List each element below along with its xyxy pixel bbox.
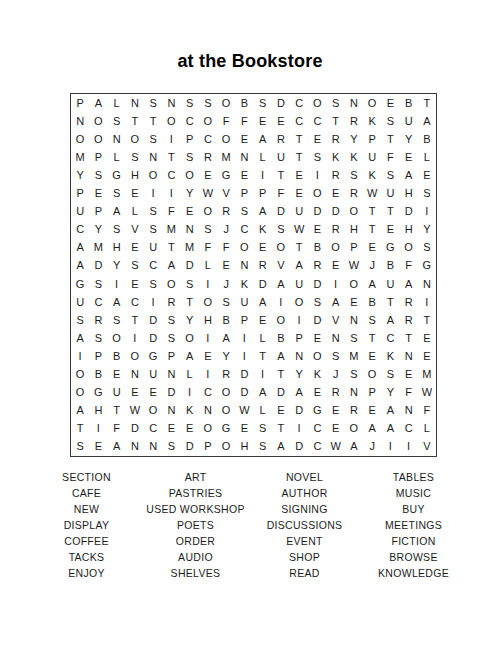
grid-cell: E	[418, 329, 436, 347]
grid-cell: V	[126, 221, 144, 239]
word-list-item: SHOP	[250, 549, 359, 565]
grid-cell: P	[71, 94, 89, 112]
grid-cell: U	[381, 185, 399, 203]
grid-cell: A	[254, 293, 272, 311]
grid-cell: Y	[89, 221, 107, 239]
grid-cell: C	[199, 384, 217, 402]
grid-cell: S	[254, 94, 272, 112]
grid-cell: E	[108, 366, 126, 384]
grid-cell: E	[381, 221, 399, 239]
grid-cell: B	[89, 366, 107, 384]
grid-cell: C	[235, 221, 253, 239]
grid-cell: F	[199, 239, 217, 257]
grid-cell: L	[418, 420, 436, 438]
grid-cell: E	[345, 293, 363, 311]
grid-cell: D	[308, 311, 326, 329]
grid-cell: N	[162, 94, 180, 112]
grid-cell: I	[144, 185, 162, 203]
grid-cell: A	[272, 275, 290, 293]
grid-cell: R	[345, 112, 363, 130]
grid-cell: C	[162, 166, 180, 184]
grid-cell: Y	[71, 166, 89, 184]
grid-cell: S	[199, 221, 217, 239]
grid-cell: O	[126, 130, 144, 148]
grid-cell: E	[363, 347, 381, 365]
grid-cell: E	[89, 185, 107, 203]
grid-cell: W	[327, 438, 345, 456]
grid-cell: S	[71, 438, 89, 456]
word-list-item: ART	[141, 469, 250, 485]
grid-cell: S	[199, 94, 217, 112]
grid-cell: D	[272, 203, 290, 221]
grid-cell: O	[199, 420, 217, 438]
grid-cell: O	[308, 94, 326, 112]
grid-cell: T	[254, 347, 272, 365]
grid-cell: N	[199, 402, 217, 420]
grid-cell: A	[254, 384, 272, 402]
grid-cell: O	[217, 130, 235, 148]
grid-cell: A	[345, 438, 363, 456]
grid-cell: S	[126, 257, 144, 275]
grid-cell: S	[308, 293, 326, 311]
grid-cell: F	[272, 185, 290, 203]
grid-cell: Y	[181, 185, 199, 203]
grid-cell: V	[327, 311, 345, 329]
grid-cell: K	[254, 221, 272, 239]
grid-cell: F	[400, 257, 418, 275]
grid-cell: N	[126, 94, 144, 112]
grid-cell: M	[345, 347, 363, 365]
grid-cell: S	[181, 275, 199, 293]
grid-cell: D	[235, 366, 253, 384]
grid-cell: D	[235, 384, 253, 402]
grid-cell: N	[181, 221, 199, 239]
grid-cell: P	[363, 384, 381, 402]
grid-cell: N	[144, 438, 162, 456]
grid-cell: I	[199, 366, 217, 384]
grid-cell: N	[327, 329, 345, 347]
grid-cell: E	[162, 420, 180, 438]
grid-cell: S	[418, 185, 436, 203]
grid-cell: I	[254, 366, 272, 384]
grid-cell: T	[181, 293, 199, 311]
grid-cell: K	[381, 347, 399, 365]
grid-cell: E	[327, 402, 345, 420]
grid-cell: N	[345, 311, 363, 329]
grid-cell: Y	[290, 366, 308, 384]
grid-cell: U	[71, 293, 89, 311]
grid-cell: E	[126, 275, 144, 293]
grid-cell: L	[126, 203, 144, 221]
grid-cell: T	[272, 366, 290, 384]
grid-cell: K	[181, 402, 199, 420]
word-list-item: NEW	[32, 501, 141, 517]
grid-cell: O	[217, 384, 235, 402]
word-list-item: NOVEL	[250, 469, 359, 485]
grid-cell: A	[71, 239, 89, 257]
grid-cell: K	[327, 148, 345, 166]
grid-cell: C	[400, 420, 418, 438]
grid-cell: U	[71, 203, 89, 221]
grid-cell: E	[308, 130, 326, 148]
grid-cell: T	[381, 203, 399, 221]
grid-cell: A	[89, 94, 107, 112]
grid-cell: F	[217, 112, 235, 130]
word-list-item: CAFE	[32, 485, 141, 501]
grid-cell: I	[254, 166, 272, 184]
grid-cell: E	[126, 185, 144, 203]
grid-cell: D	[181, 257, 199, 275]
grid-cell: R	[199, 148, 217, 166]
grid-cell: R	[308, 257, 326, 275]
grid-cell: T	[418, 94, 436, 112]
grid-cell: S	[381, 112, 399, 130]
grid-cell: E	[400, 148, 418, 166]
grid-cell: M	[181, 239, 199, 257]
grid-cell: S	[217, 293, 235, 311]
grid-cell: A	[71, 257, 89, 275]
grid-cell: S	[181, 94, 199, 112]
grid-cell: E	[290, 166, 308, 184]
grid-cell: R	[254, 257, 272, 275]
grid-cell: D	[162, 384, 180, 402]
grid-cell: E	[254, 311, 272, 329]
word-list-item: TABLES	[359, 469, 468, 485]
grid-cell: R	[327, 166, 345, 184]
grid-cell: E	[400, 366, 418, 384]
grid-cell: N	[71, 112, 89, 130]
grid-cell: O	[162, 112, 180, 130]
grid-cell: C	[308, 112, 326, 130]
grid-cell: R	[400, 311, 418, 329]
grid-cell: U	[108, 384, 126, 402]
grid-cell: P	[199, 438, 217, 456]
word-list-item: FICTION	[359, 533, 468, 549]
grid-cell: E	[363, 239, 381, 257]
grid-cell: O	[345, 203, 363, 221]
grid-cell: G	[89, 384, 107, 402]
grid-cell: D	[272, 384, 290, 402]
grid-cell: A	[272, 438, 290, 456]
worksheet-page: at the Bookstore PALNSNSSOBSDCOSNOEBTNOS…	[0, 0, 500, 647]
word-list-item: KNOWLEDGE	[359, 565, 468, 581]
grid-cell: O	[199, 293, 217, 311]
grid-cell: W	[126, 402, 144, 420]
grid-cell: L	[199, 257, 217, 275]
grid-cell: Y	[345, 130, 363, 148]
grid-cell: F	[235, 112, 253, 130]
grid-cell: S	[162, 438, 180, 456]
grid-cell: E	[235, 166, 253, 184]
word-list-item: POETS	[141, 517, 250, 533]
grid-cell: R	[272, 130, 290, 148]
grid-cell: K	[235, 275, 253, 293]
grid-cell: O	[272, 311, 290, 329]
grid-cell: F	[162, 203, 180, 221]
grid-cell: E	[89, 438, 107, 456]
grid-cell: B	[272, 329, 290, 347]
grid-cell: S	[345, 366, 363, 384]
grid-cell: B	[308, 239, 326, 257]
grid-cell: U	[290, 203, 308, 221]
grid-cell: H	[199, 311, 217, 329]
grid-cell: H	[235, 438, 253, 456]
grid-cell: T	[327, 112, 345, 130]
grid-cell: W	[290, 221, 308, 239]
grid-cell: S	[381, 166, 399, 184]
grid-cell: H	[345, 221, 363, 239]
grid-cell: R	[327, 384, 345, 402]
word-list-item: ENJOY	[32, 565, 141, 581]
grid-cell: G	[108, 166, 126, 184]
grid-cell: O	[199, 203, 217, 221]
grid-cell: N	[400, 402, 418, 420]
grid-cell: T	[290, 130, 308, 148]
grid-cell: N	[345, 384, 363, 402]
grid-cell: J	[363, 257, 381, 275]
grid-cell: Y	[181, 311, 199, 329]
grid-cell: U	[381, 275, 399, 293]
grid-cell: L	[254, 148, 272, 166]
grid-cell: M	[162, 221, 180, 239]
grid-cell: F	[108, 420, 126, 438]
grid-cell: P	[89, 148, 107, 166]
grid-cell: R	[327, 130, 345, 148]
grid-cell: T	[108, 402, 126, 420]
grid-cell: D	[400, 203, 418, 221]
grid-cell: C	[89, 293, 107, 311]
word-list-item: SHELVES	[141, 565, 250, 581]
grid-cell: J	[363, 438, 381, 456]
grid-cell: E	[327, 420, 345, 438]
grid-cell: F	[418, 402, 436, 420]
grid-cell: A	[400, 166, 418, 184]
grid-cell: P	[89, 347, 107, 365]
grid-cell: E	[235, 130, 253, 148]
grid-cell: H	[400, 221, 418, 239]
grid-cell: I	[144, 293, 162, 311]
grid-cell: N	[144, 148, 162, 166]
grid-cell: A	[108, 438, 126, 456]
grid-cell: G	[308, 402, 326, 420]
grid-cell: S	[327, 347, 345, 365]
grid-cell: O	[144, 402, 162, 420]
grid-cell: O	[89, 130, 107, 148]
grid-cell: I	[199, 329, 217, 347]
grid-cell: S	[162, 311, 180, 329]
grid-cell: D	[181, 438, 199, 456]
grid-cell: O	[199, 112, 217, 130]
grid-cell: T	[363, 203, 381, 221]
grid-cell: S	[235, 203, 253, 221]
grid-cell: H	[108, 239, 126, 257]
grid-cell: G	[418, 257, 436, 275]
grid-cell: S	[162, 329, 180, 347]
grid-cell: E	[126, 384, 144, 402]
grid-cell: A	[108, 203, 126, 221]
grid-cell: I	[308, 166, 326, 184]
grid-cell: E	[418, 166, 436, 184]
puzzle-title: at the Bookstore	[0, 51, 500, 72]
grid-cell: I	[162, 185, 180, 203]
grid-cell: T	[272, 420, 290, 438]
word-list-item: TACKS	[32, 549, 141, 565]
grid-cell: F	[217, 239, 235, 257]
grid-cell: A	[71, 402, 89, 420]
grid-cell: G	[144, 347, 162, 365]
grid-cell: I	[162, 130, 180, 148]
grid-cell: V	[272, 257, 290, 275]
grid-cell: P	[345, 239, 363, 257]
grid-cell: T	[162, 148, 180, 166]
grid-cell: S	[345, 166, 363, 184]
grid-cell: P	[89, 203, 107, 221]
word-list-item: SIGNING	[250, 501, 359, 517]
grid-cell: A	[254, 130, 272, 148]
grid-cell: A	[162, 257, 180, 275]
grid-cell: S	[254, 438, 272, 456]
grid-cell: O	[345, 275, 363, 293]
grid-cell: R	[89, 311, 107, 329]
grid-cell: O	[308, 347, 326, 365]
grid-cell: R	[327, 221, 345, 239]
grid-cell: T	[272, 166, 290, 184]
grid-cell: O	[363, 366, 381, 384]
grid-cell: E	[217, 257, 235, 275]
grid-cell: C	[381, 329, 399, 347]
grid-cell: C	[290, 94, 308, 112]
grid-cell: U	[290, 275, 308, 293]
grid-cell: P	[235, 185, 253, 203]
grid-cell: V	[418, 438, 436, 456]
grid-cell: E	[199, 166, 217, 184]
grid-cell: R	[345, 402, 363, 420]
grid-cell: E	[272, 112, 290, 130]
grid-cell: T	[290, 148, 308, 166]
grid-cell: E	[363, 402, 381, 420]
grid-cell: P	[363, 130, 381, 148]
grid-cell: S	[181, 148, 199, 166]
grid-cell: H	[400, 185, 418, 203]
grid-cell: E	[290, 185, 308, 203]
grid-cell: E	[327, 185, 345, 203]
grid-cell: K	[363, 166, 381, 184]
grid-cell: B	[418, 130, 436, 148]
grid-cell: R	[345, 185, 363, 203]
word-list-item: READ	[250, 565, 359, 581]
grid-cell: T	[126, 311, 144, 329]
grid-cell: E	[181, 203, 199, 221]
grid-cell: S	[144, 275, 162, 293]
grid-cell: Y	[381, 384, 399, 402]
grid-cell: F	[381, 148, 399, 166]
word-list-item: AUTHOR	[250, 485, 359, 501]
grid-cell: O	[71, 384, 89, 402]
grid-cell: I	[199, 275, 217, 293]
word-list-item: PASTRIES	[141, 485, 250, 501]
grid-cell: D	[254, 275, 272, 293]
grid-cell: D	[290, 402, 308, 420]
grid-cell: D	[89, 257, 107, 275]
grid-cell: S	[108, 311, 126, 329]
word-list: SECTIONCAFENEWDISPLAYCOFFEETACKSENJOYART…	[32, 469, 468, 581]
grid-cell: A	[181, 347, 199, 365]
grid-cell: H	[89, 402, 107, 420]
grid-cell: O	[181, 329, 199, 347]
grid-cell: N	[126, 438, 144, 456]
grid-cell: E	[418, 347, 436, 365]
grid-cell: I	[400, 438, 418, 456]
grid-cell: A	[217, 329, 235, 347]
grid-cell: C	[290, 112, 308, 130]
grid-cell: O	[400, 239, 418, 257]
grid-cell: I	[418, 203, 436, 221]
grid-cell: C	[181, 112, 199, 130]
grid-cell: V	[217, 185, 235, 203]
grid-cell: S	[108, 112, 126, 130]
grid-cell: P	[290, 329, 308, 347]
grid-cell: D	[272, 94, 290, 112]
grid-cell: A	[290, 384, 308, 402]
grid-cell: O	[89, 112, 107, 130]
grid-cell: D	[126, 420, 144, 438]
grid-cell: U	[235, 293, 253, 311]
grid-cell: S	[126, 148, 144, 166]
grid-cell: U	[400, 112, 418, 130]
grid-cell: H	[126, 166, 144, 184]
grid-cell: O	[126, 347, 144, 365]
grid-cell: C	[199, 130, 217, 148]
grid-cell: T	[381, 130, 399, 148]
grid-cell: W	[235, 402, 253, 420]
grid-cell: E	[327, 257, 345, 275]
grid-cell: C	[71, 221, 89, 239]
grid-cell: R	[400, 293, 418, 311]
grid-cell: J	[217, 221, 235, 239]
grid-cell: L	[108, 94, 126, 112]
grid-cell: O	[181, 166, 199, 184]
grid-cell: L	[254, 329, 272, 347]
grid-cell: O	[144, 166, 162, 184]
grid-cell: I	[272, 293, 290, 311]
grid-cell: D	[308, 275, 326, 293]
grid-cell: D	[308, 203, 326, 221]
grid-cell: N	[400, 347, 418, 365]
grid-cell: S	[89, 275, 107, 293]
word-list-item: SECTION	[32, 469, 141, 485]
grid-cell: G	[217, 166, 235, 184]
grid-cell: E	[381, 94, 399, 112]
grid-cell: I	[126, 329, 144, 347]
grid-cell: I	[381, 438, 399, 456]
grid-cell: O	[217, 438, 235, 456]
grid-cell: B	[363, 293, 381, 311]
grid-cell: D	[327, 203, 345, 221]
grid-cell: U	[144, 239, 162, 257]
word-list-item: BUY	[359, 501, 468, 517]
grid-cell: E	[308, 384, 326, 402]
grid-cell: A	[254, 203, 272, 221]
grid-cell: N	[290, 347, 308, 365]
grid-cell: Y	[108, 257, 126, 275]
grid-cell: O	[363, 94, 381, 112]
grid-cell: U	[363, 148, 381, 166]
grid-cell: I	[327, 275, 345, 293]
grid-cell: S	[144, 94, 162, 112]
grid-cell: T	[71, 420, 89, 438]
grid-cell: S	[308, 148, 326, 166]
grid-cell: G	[381, 239, 399, 257]
